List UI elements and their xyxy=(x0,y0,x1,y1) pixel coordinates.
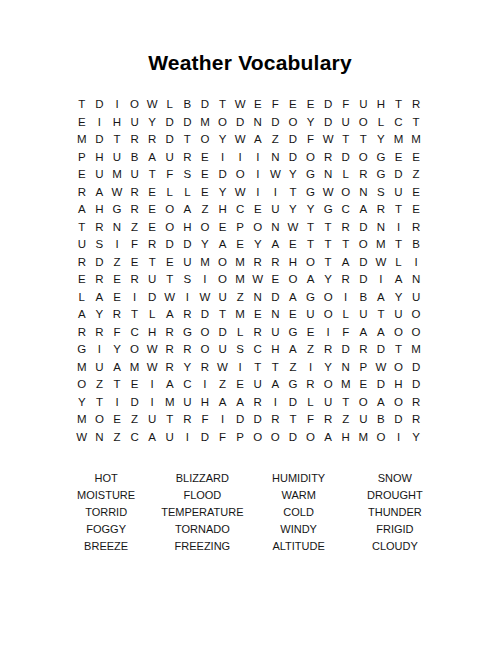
grid-cell[interactable]: Y xyxy=(91,306,109,324)
grid-cell[interactable]: I xyxy=(267,394,285,412)
grid-cell[interactable]: A xyxy=(372,394,390,412)
grid-cell[interactable]: L xyxy=(372,114,390,132)
grid-cell[interactable]: Z xyxy=(284,359,302,377)
grid-cell[interactable]: R xyxy=(407,411,425,429)
grid-cell[interactable]: U xyxy=(390,184,408,202)
grid-cell[interactable]: D xyxy=(179,236,197,254)
grid-cell[interactable]: T xyxy=(390,96,408,114)
grid-cell[interactable]: T xyxy=(337,394,355,412)
grid-cell[interactable]: H xyxy=(337,429,355,447)
grid-cell[interactable]: C xyxy=(126,324,144,342)
grid-cell[interactable]: O xyxy=(214,254,232,272)
grid-cell[interactable]: F xyxy=(302,131,320,149)
grid-cell[interactable]: R xyxy=(91,219,109,237)
grid-cell[interactable]: N xyxy=(267,149,285,167)
grid-cell[interactable]: U xyxy=(179,394,197,412)
grid-cell[interactable]: I xyxy=(267,184,285,202)
grid-cell[interactable]: A xyxy=(372,289,390,307)
grid-cell[interactable]: I xyxy=(390,429,408,447)
grid-cell[interactable]: N xyxy=(372,219,390,237)
grid-cell[interactable]: W xyxy=(372,359,390,377)
grid-cell[interactable]: M xyxy=(231,271,249,289)
grid-cell[interactable]: T xyxy=(73,96,91,114)
grid-cell[interactable]: G xyxy=(284,376,302,394)
grid-cell[interactable]: Y xyxy=(407,429,425,447)
grid-cell[interactable]: O xyxy=(355,236,373,254)
grid-cell[interactable]: S xyxy=(179,166,197,184)
grid-cell[interactable]: U xyxy=(249,376,267,394)
grid-cell[interactable]: O xyxy=(249,219,267,237)
grid-cell[interactable]: W xyxy=(284,219,302,237)
grid-cell[interactable]: I xyxy=(231,149,249,167)
grid-cell[interactable]: W xyxy=(214,359,232,377)
grid-cell[interactable]: R xyxy=(407,394,425,412)
grid-cell[interactable]: E xyxy=(249,306,267,324)
grid-cell[interactable]: P xyxy=(355,359,373,377)
grid-cell[interactable]: H xyxy=(91,201,109,219)
grid-cell[interactable]: R xyxy=(73,254,91,272)
grid-cell[interactable]: E xyxy=(390,149,408,167)
grid-cell[interactable]: U xyxy=(179,254,197,272)
grid-cell[interactable]: O xyxy=(73,376,91,394)
grid-cell[interactable]: I xyxy=(108,236,126,254)
grid-cell[interactable]: D xyxy=(355,254,373,272)
grid-cell[interactable]: I xyxy=(249,166,267,184)
grid-cell[interactable]: E xyxy=(73,271,91,289)
grid-cell[interactable]: U xyxy=(267,324,285,342)
grid-cell[interactable]: O xyxy=(284,114,302,132)
grid-cell[interactable]: Z xyxy=(91,376,109,394)
grid-cell[interactable]: D xyxy=(196,96,214,114)
grid-cell[interactable]: B xyxy=(126,149,144,167)
grid-cell[interactable]: B xyxy=(355,289,373,307)
grid-cell[interactable]: E xyxy=(126,254,144,272)
grid-cell[interactable]: R xyxy=(126,131,144,149)
grid-cell[interactable]: R xyxy=(267,411,285,429)
grid-cell[interactable]: A xyxy=(108,359,126,377)
grid-cell[interactable]: Y xyxy=(108,341,126,359)
grid-cell[interactable]: Y xyxy=(214,184,232,202)
grid-cell[interactable]: I xyxy=(337,289,355,307)
grid-cell[interactable]: F xyxy=(161,166,179,184)
grid-cell[interactable]: W xyxy=(319,131,337,149)
grid-cell[interactable]: M xyxy=(73,131,91,149)
grid-cell[interactable]: O xyxy=(231,166,249,184)
grid-cell[interactable]: O xyxy=(214,271,232,289)
grid-cell[interactable]: C xyxy=(249,341,267,359)
grid-cell[interactable]: A xyxy=(390,271,408,289)
grid-cell[interactable]: U xyxy=(91,166,109,184)
grid-cell[interactable]: I xyxy=(196,271,214,289)
grid-cell[interactable]: R xyxy=(73,184,91,202)
grid-cell[interactable]: W xyxy=(231,96,249,114)
grid-cell[interactable]: D xyxy=(407,359,425,377)
grid-cell[interactable]: Y xyxy=(179,359,197,377)
grid-cell[interactable]: S xyxy=(372,184,390,202)
grid-cell[interactable]: Z xyxy=(126,411,144,429)
grid-cell[interactable]: R xyxy=(407,96,425,114)
grid-cell[interactable]: E xyxy=(126,376,144,394)
grid-cell[interactable]: G xyxy=(108,201,126,219)
grid-cell[interactable]: E xyxy=(214,219,232,237)
grid-cell[interactable]: E xyxy=(284,236,302,254)
grid-cell[interactable]: A xyxy=(143,149,161,167)
grid-cell[interactable]: E xyxy=(267,271,285,289)
grid-cell[interactable]: H xyxy=(143,324,161,342)
grid-cell[interactable]: T xyxy=(302,219,320,237)
grid-cell[interactable]: Z xyxy=(126,219,144,237)
grid-cell[interactable]: D xyxy=(390,166,408,184)
grid-cell[interactable]: S xyxy=(91,236,109,254)
grid-cell[interactable]: D xyxy=(355,271,373,289)
grid-cell[interactable]: T xyxy=(161,271,179,289)
grid-cell[interactable]: Y xyxy=(196,236,214,254)
grid-cell[interactable]: D xyxy=(214,324,232,342)
grid-cell[interactable]: L xyxy=(143,306,161,324)
grid-cell[interactable]: C xyxy=(179,376,197,394)
grid-cell[interactable]: Y xyxy=(73,394,91,412)
grid-cell[interactable]: T xyxy=(91,394,109,412)
grid-cell[interactable]: M xyxy=(407,131,425,149)
grid-cell[interactable]: U xyxy=(143,271,161,289)
grid-cell[interactable]: R xyxy=(337,219,355,237)
grid-cell[interactable]: Y xyxy=(284,201,302,219)
grid-cell[interactable]: U xyxy=(337,114,355,132)
grid-cell[interactable]: O xyxy=(372,429,390,447)
grid-cell[interactable]: T xyxy=(407,114,425,132)
grid-cell[interactable]: T xyxy=(319,254,337,272)
grid-cell[interactable]: E xyxy=(284,306,302,324)
grid-cell[interactable]: G xyxy=(284,324,302,342)
grid-cell[interactable]: N xyxy=(319,166,337,184)
grid-cell[interactable]: D xyxy=(196,306,214,324)
grid-cell[interactable]: H xyxy=(284,254,302,272)
grid-cell[interactable]: F xyxy=(214,429,232,447)
grid-cell[interactable]: D xyxy=(267,114,285,132)
grid-cell[interactable]: I xyxy=(108,394,126,412)
grid-cell[interactable]: R xyxy=(91,324,109,342)
grid-cell[interactable]: M xyxy=(337,376,355,394)
grid-cell[interactable]: I xyxy=(214,411,232,429)
grid-cell[interactable]: N xyxy=(249,289,267,307)
grid-cell[interactable]: T xyxy=(390,201,408,219)
grid-cell[interactable]: R xyxy=(196,359,214,377)
grid-cell[interactable]: E xyxy=(161,254,179,272)
grid-cell[interactable]: R xyxy=(355,166,373,184)
grid-cell[interactable]: E xyxy=(108,289,126,307)
grid-cell[interactable]: L xyxy=(337,306,355,324)
grid-cell[interactable]: D xyxy=(161,236,179,254)
grid-cell[interactable]: N xyxy=(337,359,355,377)
grid-cell[interactable]: T xyxy=(267,359,285,377)
grid-cell[interactable]: T xyxy=(214,306,232,324)
grid-cell[interactable]: O xyxy=(319,289,337,307)
grid-cell[interactable]: I xyxy=(249,184,267,202)
grid-cell[interactable]: D xyxy=(267,289,285,307)
grid-cell[interactable]: Z xyxy=(108,429,126,447)
grid-cell[interactable]: U xyxy=(108,149,126,167)
grid-cell[interactable]: H xyxy=(390,376,408,394)
grid-cell[interactable]: M xyxy=(231,306,249,324)
grid-cell[interactable]: R xyxy=(179,306,197,324)
grid-cell[interactable]: D xyxy=(214,166,232,184)
grid-cell[interactable]: O xyxy=(196,324,214,342)
grid-cell[interactable]: H xyxy=(214,201,232,219)
grid-cell[interactable]: T xyxy=(337,236,355,254)
grid-cell[interactable]: T xyxy=(126,306,144,324)
grid-cell[interactable]: P xyxy=(73,149,91,167)
grid-cell[interactable]: A xyxy=(91,289,109,307)
grid-cell[interactable]: E xyxy=(249,96,267,114)
grid-cell[interactable]: R xyxy=(319,411,337,429)
grid-cell[interactable]: U xyxy=(267,201,285,219)
grid-cell[interactable]: D xyxy=(390,411,408,429)
grid-cell[interactable]: R xyxy=(126,184,144,202)
grid-cell[interactable]: O xyxy=(126,96,144,114)
grid-cell[interactable]: E xyxy=(302,96,320,114)
grid-cell[interactable]: R xyxy=(73,324,91,342)
grid-cell[interactable]: R xyxy=(91,271,109,289)
grid-cell[interactable]: L xyxy=(337,166,355,184)
grid-cell[interactable]: E xyxy=(355,376,373,394)
grid-cell[interactable]: D xyxy=(143,289,161,307)
grid-cell[interactable]: W xyxy=(143,359,161,377)
grid-cell[interactable]: W xyxy=(231,184,249,202)
grid-cell[interactable]: U xyxy=(319,394,337,412)
grid-cell[interactable]: A xyxy=(214,236,232,254)
grid-cell[interactable]: R xyxy=(407,219,425,237)
grid-cell[interactable]: G xyxy=(302,166,320,184)
grid-cell[interactable]: O xyxy=(284,271,302,289)
grid-cell[interactable]: A xyxy=(214,394,232,412)
grid-cell[interactable]: H xyxy=(372,96,390,114)
grid-cell[interactable]: M xyxy=(407,341,425,359)
grid-cell[interactable]: D xyxy=(126,394,144,412)
grid-cell[interactable]: I xyxy=(231,359,249,377)
grid-cell[interactable]: T xyxy=(143,166,161,184)
grid-cell[interactable]: I xyxy=(91,341,109,359)
grid-cell[interactable]: E xyxy=(143,201,161,219)
grid-cell[interactable]: W xyxy=(231,131,249,149)
grid-cell[interactable]: D xyxy=(284,131,302,149)
grid-cell[interactable]: E xyxy=(284,96,302,114)
grid-cell[interactable]: I xyxy=(91,114,109,132)
grid-cell[interactable]: W xyxy=(267,166,285,184)
grid-cell[interactable]: Z xyxy=(337,411,355,429)
grid-cell[interactable]: D xyxy=(407,376,425,394)
grid-cell[interactable]: L xyxy=(231,324,249,342)
grid-cell[interactable]: U xyxy=(355,411,373,429)
grid-cell[interactable]: T xyxy=(284,184,302,202)
grid-cell[interactable]: I xyxy=(407,254,425,272)
grid-cell[interactable]: E xyxy=(249,201,267,219)
grid-cell[interactable]: U xyxy=(161,429,179,447)
grid-cell[interactable]: T xyxy=(337,131,355,149)
grid-cell[interactable]: N xyxy=(249,114,267,132)
grid-cell[interactable]: Z xyxy=(214,376,232,394)
grid-cell[interactable]: L xyxy=(161,184,179,202)
grid-cell[interactable]: M xyxy=(108,166,126,184)
grid-cell[interactable]: O xyxy=(390,324,408,342)
grid-cell[interactable]: D xyxy=(372,376,390,394)
grid-cell[interactable]: E xyxy=(73,114,91,132)
grid-cell[interactable]: O xyxy=(355,394,373,412)
grid-cell[interactable]: R xyxy=(372,201,390,219)
grid-cell[interactable]: U xyxy=(390,306,408,324)
grid-cell[interactable]: D xyxy=(91,254,109,272)
grid-cell[interactable]: C xyxy=(337,201,355,219)
grid-cell[interactable]: O xyxy=(91,411,109,429)
grid-cell[interactable]: U xyxy=(161,149,179,167)
grid-cell[interactable]: G xyxy=(319,201,337,219)
grid-cell[interactable]: R xyxy=(161,359,179,377)
grid-cell[interactable]: U xyxy=(73,236,91,254)
grid-cell[interactable]: Y xyxy=(390,289,408,307)
grid-cell[interactable]: W xyxy=(196,289,214,307)
grid-cell[interactable]: B xyxy=(372,411,390,429)
grid-cell[interactable]: Z xyxy=(196,201,214,219)
grid-cell[interactable]: T xyxy=(143,254,161,272)
grid-cell[interactable]: E xyxy=(143,219,161,237)
grid-cell[interactable]: O xyxy=(390,394,408,412)
grid-cell[interactable]: A xyxy=(91,184,109,202)
grid-cell[interactable]: M xyxy=(390,131,408,149)
grid-cell[interactable]: W xyxy=(73,429,91,447)
grid-cell[interactable]: D xyxy=(337,341,355,359)
grid-cell[interactable]: T xyxy=(108,376,126,394)
grid-cell[interactable]: O xyxy=(302,254,320,272)
grid-cell[interactable]: E xyxy=(196,166,214,184)
grid-cell[interactable]: U xyxy=(355,306,373,324)
grid-cell[interactable]: I xyxy=(143,394,161,412)
grid-cell[interactable]: D xyxy=(161,114,179,132)
grid-cell[interactable]: F xyxy=(126,236,144,254)
grid-cell[interactable]: E xyxy=(407,149,425,167)
grid-cell[interactable]: R xyxy=(249,324,267,342)
grid-cell[interactable]: Y xyxy=(284,166,302,184)
grid-cell[interactable]: I xyxy=(249,149,267,167)
grid-cell[interactable]: I xyxy=(302,359,320,377)
grid-cell[interactable]: O xyxy=(355,149,373,167)
grid-cell[interactable]: T xyxy=(390,236,408,254)
grid-cell[interactable]: L xyxy=(161,96,179,114)
grid-cell[interactable]: D xyxy=(231,411,249,429)
grid-cell[interactable]: D xyxy=(372,341,390,359)
grid-cell[interactable]: M xyxy=(196,114,214,132)
grid-cell[interactable]: E xyxy=(302,324,320,342)
grid-cell[interactable]: A xyxy=(161,306,179,324)
grid-cell[interactable]: D xyxy=(231,114,249,132)
grid-cell[interactable]: B xyxy=(407,236,425,254)
grid-cell[interactable]: A xyxy=(161,376,179,394)
grid-cell[interactable]: R xyxy=(143,236,161,254)
grid-cell[interactable]: D xyxy=(337,149,355,167)
grid-cell[interactable]: M xyxy=(126,359,144,377)
grid-cell[interactable]: Y xyxy=(302,114,320,132)
grid-cell[interactable]: G xyxy=(179,324,197,342)
grid-cell[interactable]: R xyxy=(143,131,161,149)
grid-cell[interactable]: H xyxy=(108,114,126,132)
grid-cell[interactable]: U xyxy=(302,306,320,324)
grid-cell[interactable]: I xyxy=(319,324,337,342)
grid-cell[interactable]: R xyxy=(355,341,373,359)
grid-cell[interactable]: I xyxy=(179,429,197,447)
grid-cell[interactable]: F xyxy=(108,324,126,342)
grid-cell[interactable]: O xyxy=(319,376,337,394)
grid-cell[interactable]: E xyxy=(407,184,425,202)
grid-cell[interactable]: O xyxy=(390,359,408,377)
grid-cell[interactable]: D xyxy=(284,394,302,412)
grid-cell[interactable]: O xyxy=(196,341,214,359)
grid-cell[interactable]: O xyxy=(214,114,232,132)
grid-cell[interactable]: M xyxy=(73,411,91,429)
grid-cell[interactable]: F xyxy=(196,411,214,429)
grid-cell[interactable]: U xyxy=(126,166,144,184)
grid-cell[interactable]: O xyxy=(407,306,425,324)
grid-cell[interactable]: T xyxy=(73,219,91,237)
grid-cell[interactable]: A xyxy=(73,201,91,219)
grid-cell[interactable]: T xyxy=(319,236,337,254)
grid-cell[interactable]: G xyxy=(73,341,91,359)
grid-cell[interactable]: Y xyxy=(249,236,267,254)
grid-cell[interactable]: R xyxy=(337,271,355,289)
grid-cell[interactable]: R xyxy=(126,201,144,219)
grid-cell[interactable]: R xyxy=(179,149,197,167)
grid-cell[interactable]: P xyxy=(231,429,249,447)
grid-cell[interactable]: R xyxy=(161,341,179,359)
grid-cell[interactable]: O xyxy=(196,131,214,149)
grid-cell[interactable]: A xyxy=(319,429,337,447)
grid-cell[interactable]: R xyxy=(249,254,267,272)
grid-cell[interactable]: O xyxy=(267,429,285,447)
grid-cell[interactable]: F xyxy=(337,96,355,114)
grid-cell[interactable]: A xyxy=(355,324,373,342)
grid-cell[interactable]: M xyxy=(355,429,373,447)
grid-cell[interactable]: A xyxy=(179,201,197,219)
grid-cell[interactable]: M xyxy=(196,254,214,272)
grid-cell[interactable]: G xyxy=(302,289,320,307)
grid-cell[interactable]: E xyxy=(231,236,249,254)
grid-cell[interactable]: O xyxy=(161,219,179,237)
grid-cell[interactable]: N xyxy=(267,306,285,324)
grid-cell[interactable]: S xyxy=(179,271,197,289)
grid-cell[interactable]: O xyxy=(196,219,214,237)
grid-cell[interactable]: D xyxy=(319,114,337,132)
grid-cell[interactable]: Y xyxy=(319,359,337,377)
grid-cell[interactable]: Z xyxy=(108,254,126,272)
grid-cell[interactable]: A xyxy=(337,254,355,272)
grid-cell[interactable]: Y xyxy=(372,131,390,149)
grid-cell[interactable]: B xyxy=(179,96,197,114)
grid-cell[interactable]: M xyxy=(73,359,91,377)
grid-cell[interactable]: T xyxy=(355,131,373,149)
grid-cell[interactable]: L xyxy=(179,184,197,202)
grid-cell[interactable]: O xyxy=(126,341,144,359)
grid-cell[interactable]: T xyxy=(319,219,337,237)
grid-cell[interactable]: M xyxy=(161,394,179,412)
grid-cell[interactable]: D xyxy=(91,131,109,149)
grid-cell[interactable]: P xyxy=(231,219,249,237)
grid-cell[interactable]: D xyxy=(284,429,302,447)
grid-cell[interactable]: H xyxy=(179,219,197,237)
grid-cell[interactable]: O xyxy=(249,429,267,447)
grid-cell[interactable]: E xyxy=(73,166,91,184)
grid-cell[interactable]: I xyxy=(179,289,197,307)
grid-cell[interactable]: E xyxy=(231,376,249,394)
grid-cell[interactable]: D xyxy=(249,411,267,429)
grid-cell[interactable]: W xyxy=(143,341,161,359)
grid-cell[interactable]: A xyxy=(372,324,390,342)
